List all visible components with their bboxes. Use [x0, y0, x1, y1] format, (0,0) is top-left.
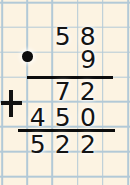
plus-horizontal-bar	[1, 101, 22, 105]
partial-product-2-row: 4 5 0	[25, 105, 101, 130]
digit-cell: 9	[76, 47, 101, 72]
digit-cell: 5	[25, 132, 50, 157]
digit-cell: 0	[75, 105, 100, 130]
digit-cell: 5	[50, 24, 75, 49]
digit-cell: 2	[75, 79, 100, 104]
worksheet-grid-paper: 5 8 9 7 2 4 5 0 5 2 2	[0, 0, 130, 185]
digit-cell: 2	[75, 132, 100, 157]
digit-cell: 7	[50, 79, 75, 104]
multiplication-dot-icon	[22, 51, 33, 62]
digit-cell: 5	[50, 105, 75, 130]
multiplier-row: 9	[76, 47, 101, 72]
plus-icon	[1, 90, 22, 117]
digit-cell: 2	[50, 132, 75, 157]
digit-cell: 4	[25, 105, 50, 130]
result-row: 5 2 2	[25, 132, 101, 157]
partial-product-1-row: 7 2	[50, 79, 100, 104]
